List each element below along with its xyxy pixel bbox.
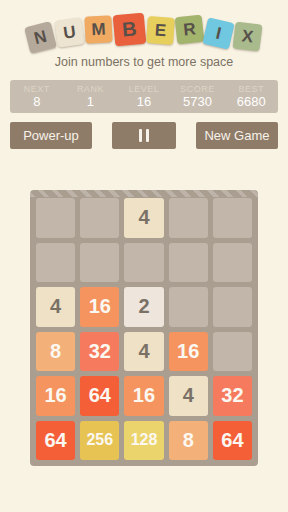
tile-64: 64 [80, 376, 119, 416]
new-game-button[interactable]: New Game [196, 122, 278, 149]
tile-128: 128 [124, 421, 163, 461]
board-cell-empty [169, 243, 208, 283]
board-cell-empty [124, 243, 163, 283]
tile-8: 8 [169, 421, 208, 461]
board-cell-empty [36, 198, 75, 238]
logo-tile-n: N [24, 21, 57, 54]
stat-value: 1 [87, 95, 94, 109]
tile-64: 64 [36, 421, 75, 461]
board-cell-empty [36, 243, 75, 283]
game-board[interactable]: 4416283241616641643264256128864 [30, 190, 258, 466]
stat-value: 6680 [237, 95, 266, 109]
tile-4: 4 [36, 287, 75, 327]
board-cell-empty [80, 243, 119, 283]
logo-tile-u: U [54, 17, 84, 47]
stat-level: LEVEL16 [117, 80, 171, 113]
board-cell-empty [169, 287, 208, 327]
board-cell-empty [213, 332, 252, 372]
tile-grid: 4416283241616641643264256128864 [36, 198, 252, 460]
stat-next: NEXT8 [10, 80, 64, 113]
logo-tile-r: R [175, 14, 205, 44]
board-cell-empty [213, 198, 252, 238]
tile-4: 4 [124, 198, 163, 238]
logo-tile-b: B [113, 12, 147, 46]
tile-4: 4 [169, 376, 208, 416]
stat-rank: RANK1 [64, 80, 118, 113]
pause-button[interactable] [112, 122, 176, 149]
logo-tile-e: E [146, 16, 175, 45]
tile-8: 8 [36, 332, 75, 372]
board-top-stripe [30, 190, 258, 197]
stat-score: SCORE5730 [171, 80, 225, 113]
logo-tile-m: M [84, 15, 112, 43]
tile-32: 32 [213, 376, 252, 416]
tile-32: 32 [80, 332, 119, 372]
pause-icon [139, 129, 149, 142]
stat-value: 5730 [183, 95, 212, 109]
tile-64: 64 [213, 421, 252, 461]
logo: NUMBERIX [0, 12, 288, 48]
board-cell-empty [80, 198, 119, 238]
tile-16: 16 [80, 287, 119, 327]
tile-16: 16 [169, 332, 208, 372]
tile-16: 16 [36, 376, 75, 416]
stats-bar: NEXT8RANK1LEVEL16SCORE5730BEST6680 [10, 80, 278, 113]
tile-16: 16 [124, 376, 163, 416]
stat-best: BEST6680 [224, 80, 278, 113]
board-cell-empty [213, 287, 252, 327]
board-cell-empty [213, 243, 252, 283]
logo-tile-x: X [232, 21, 262, 51]
power-up-button[interactable]: Power-up [10, 122, 92, 149]
tile-4: 4 [124, 332, 163, 372]
logo-tile-i: I [202, 17, 234, 49]
tile-2: 2 [124, 287, 163, 327]
board-cell-empty [169, 198, 208, 238]
stat-value: 8 [33, 95, 40, 109]
stat-value: 16 [137, 95, 151, 109]
tile-256: 256 [80, 421, 119, 461]
subtitle: Join numbers to get more space [0, 55, 288, 69]
